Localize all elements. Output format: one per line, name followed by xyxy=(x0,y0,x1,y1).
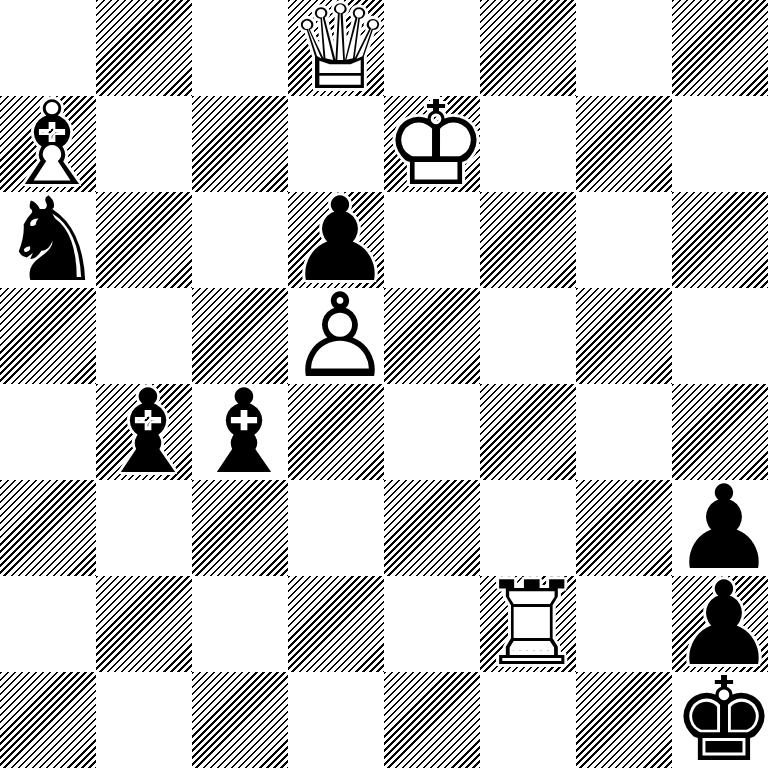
square-g7[interactable] xyxy=(576,96,672,192)
square-g2[interactable] xyxy=(576,576,672,672)
square-a3[interactable] xyxy=(0,480,96,576)
square-b5[interactable] xyxy=(96,288,192,384)
square-a6[interactable]: ♞ xyxy=(0,192,96,288)
square-h4[interactable] xyxy=(672,384,768,480)
white-bishop-icon: ♝ xyxy=(0,96,96,192)
white-pawn-outline-icon: ♙ xyxy=(288,288,384,384)
square-g1[interactable] xyxy=(576,672,672,768)
square-h2[interactable]: ♟ xyxy=(672,576,768,672)
piece-black-pawn[interactable]: ♟ xyxy=(672,576,768,672)
square-d7[interactable] xyxy=(288,96,384,192)
piece-black-bishop[interactable]: ♝ xyxy=(192,384,288,480)
square-f7[interactable] xyxy=(480,96,576,192)
square-d1[interactable] xyxy=(288,672,384,768)
square-g4[interactable] xyxy=(576,384,672,480)
square-f4[interactable] xyxy=(480,384,576,480)
white-king-icon: ♚ xyxy=(384,96,480,192)
square-e5[interactable] xyxy=(384,288,480,384)
square-e8[interactable] xyxy=(384,0,480,96)
square-b3[interactable] xyxy=(96,480,192,576)
piece-black-pawn[interactable]: ♟ xyxy=(288,192,384,288)
square-c7[interactable] xyxy=(192,96,288,192)
square-a2[interactable] xyxy=(0,576,96,672)
square-b7[interactable] xyxy=(96,96,192,192)
white-bishop-outline-icon: ♗ xyxy=(0,96,96,192)
square-g5[interactable] xyxy=(576,288,672,384)
black-king-icon: ♚ xyxy=(672,672,768,768)
square-e3[interactable] xyxy=(384,480,480,576)
square-e6[interactable] xyxy=(384,192,480,288)
square-d3[interactable] xyxy=(288,480,384,576)
square-c6[interactable] xyxy=(192,192,288,288)
square-c1[interactable] xyxy=(192,672,288,768)
black-pawn-icon: ♟ xyxy=(672,480,768,576)
square-d6[interactable]: ♟ xyxy=(288,192,384,288)
square-e4[interactable] xyxy=(384,384,480,480)
square-f2[interactable]: ♜♖ xyxy=(480,576,576,672)
square-e7[interactable]: ♚♔ xyxy=(384,96,480,192)
white-king-outline-icon: ♔ xyxy=(384,96,480,192)
square-e2[interactable] xyxy=(384,576,480,672)
square-d8[interactable]: ♛♕ xyxy=(288,0,384,96)
square-h3[interactable]: ♟ xyxy=(672,480,768,576)
square-g3[interactable] xyxy=(576,480,672,576)
piece-black-king[interactable]: ♚ xyxy=(672,672,768,768)
square-h5[interactable] xyxy=(672,288,768,384)
square-c3[interactable] xyxy=(192,480,288,576)
square-a1[interactable] xyxy=(0,672,96,768)
square-a8[interactable] xyxy=(0,0,96,96)
black-knight-icon: ♞ xyxy=(0,192,96,288)
square-d5[interactable]: ♟♙ xyxy=(288,288,384,384)
square-a5[interactable] xyxy=(0,288,96,384)
black-bishop-icon: ♝ xyxy=(96,384,192,480)
square-b8[interactable] xyxy=(96,0,192,96)
piece-white-bishop[interactable]: ♝♗ xyxy=(0,96,96,192)
square-f3[interactable] xyxy=(480,480,576,576)
black-pawn-icon: ♟ xyxy=(672,576,768,672)
square-f6[interactable] xyxy=(480,192,576,288)
white-queen-outline-icon: ♕ xyxy=(288,0,384,96)
white-pawn-icon: ♟ xyxy=(288,288,384,384)
white-rook-outline-icon: ♖ xyxy=(480,576,576,672)
white-rook-icon: ♜ xyxy=(480,576,576,672)
square-h7[interactable] xyxy=(672,96,768,192)
square-f5[interactable] xyxy=(480,288,576,384)
piece-black-pawn[interactable]: ♟ xyxy=(672,480,768,576)
square-b2[interactable] xyxy=(96,576,192,672)
square-f8[interactable] xyxy=(480,0,576,96)
square-f1[interactable] xyxy=(480,672,576,768)
square-c2[interactable] xyxy=(192,576,288,672)
piece-white-rook[interactable]: ♜♖ xyxy=(480,576,576,672)
square-c8[interactable] xyxy=(192,0,288,96)
white-queen-icon: ♛ xyxy=(288,0,384,96)
square-b4[interactable]: ♝ xyxy=(96,384,192,480)
piece-black-bishop[interactable]: ♝ xyxy=(96,384,192,480)
square-c4[interactable]: ♝ xyxy=(192,384,288,480)
square-g6[interactable] xyxy=(576,192,672,288)
black-pawn-icon: ♟ xyxy=(288,192,384,288)
square-e1[interactable] xyxy=(384,672,480,768)
square-d4[interactable] xyxy=(288,384,384,480)
square-b6[interactable] xyxy=(96,192,192,288)
square-c5[interactable] xyxy=(192,288,288,384)
square-g8[interactable] xyxy=(576,0,672,96)
piece-black-knight[interactable]: ♞ xyxy=(0,192,96,288)
chess-board: ♛♕♝♗♚♔♞♟♟♙♝♝♟♜♖♟♚ xyxy=(0,0,768,768)
square-h1[interactable]: ♚ xyxy=(672,672,768,768)
square-h6[interactable] xyxy=(672,192,768,288)
page: { "game": "chess", "board": { "files": [… xyxy=(0,0,768,768)
square-b1[interactable] xyxy=(96,672,192,768)
piece-white-queen[interactable]: ♛♕ xyxy=(288,0,384,96)
piece-white-king[interactable]: ♚♔ xyxy=(384,96,480,192)
square-a4[interactable] xyxy=(0,384,96,480)
square-h8[interactable] xyxy=(672,0,768,96)
square-d2[interactable] xyxy=(288,576,384,672)
black-bishop-icon: ♝ xyxy=(192,384,288,480)
piece-white-pawn[interactable]: ♟♙ xyxy=(288,288,384,384)
square-a7[interactable]: ♝♗ xyxy=(0,96,96,192)
